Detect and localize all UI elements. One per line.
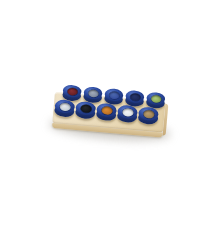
wooden-tray xyxy=(52,92,165,133)
disc-inset-blue xyxy=(109,91,120,99)
tactile-disc-front-3-orange[interactable] xyxy=(96,103,117,123)
disc-inset-white xyxy=(122,107,134,116)
disc-inset-light-green xyxy=(150,94,161,102)
photo-scene xyxy=(0,0,220,230)
tactile-disc-front-5-sand[interactable] xyxy=(137,106,158,126)
tactile-disc-front-2-black[interactable] xyxy=(75,101,96,121)
disc-inset-sand xyxy=(143,109,155,118)
disc-inset-black xyxy=(80,104,92,113)
disc-inset-dark-red xyxy=(67,87,78,95)
disc-inset-gray-blue xyxy=(88,89,99,97)
tactile-disc-front-4-white[interactable] xyxy=(117,105,138,125)
tactile-disc-front-1-pale-blue-white[interactable] xyxy=(54,99,75,119)
disc-inset-orange xyxy=(101,106,113,115)
disc-inset-dark-navy xyxy=(129,93,140,101)
disc-inset-pale-blue-white xyxy=(59,102,71,111)
